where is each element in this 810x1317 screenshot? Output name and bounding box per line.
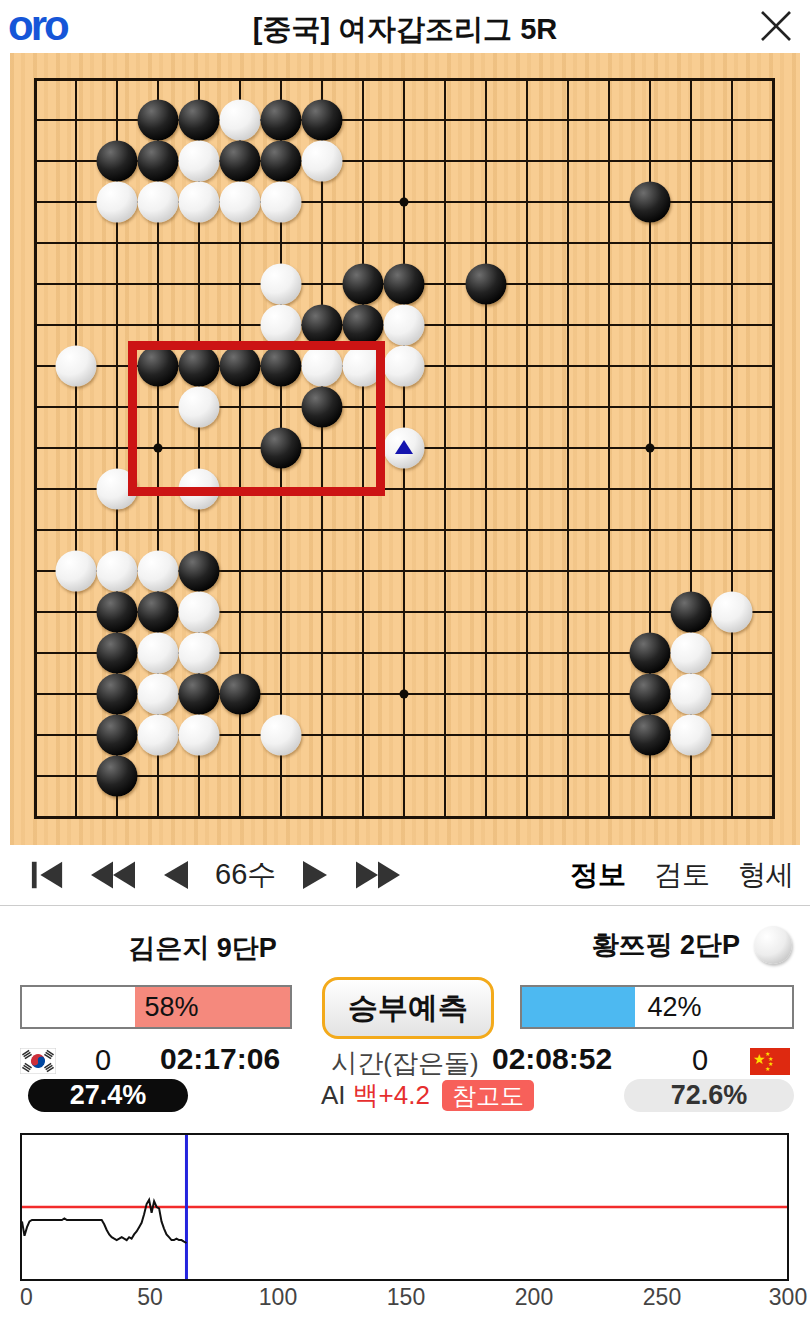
black-stone xyxy=(97,141,138,182)
white-stone xyxy=(261,715,302,756)
black-stone xyxy=(138,100,179,141)
white-stone xyxy=(179,592,220,633)
fast-forward-button[interactable] xyxy=(356,860,400,890)
white-stone xyxy=(56,346,97,387)
star-point xyxy=(400,198,409,207)
go-to-start-button[interactable] xyxy=(30,860,64,890)
black-player-name: 김은지 9단P xyxy=(0,930,405,966)
black-stone xyxy=(179,551,220,592)
black-territory-pill: 27.4% xyxy=(28,1079,188,1112)
black-stone xyxy=(261,141,302,182)
grid-line xyxy=(34,775,775,777)
black-win-probability-bar: 58% xyxy=(20,985,292,1029)
white-clock: 02:08:52 xyxy=(492,1042,612,1076)
step-backward-button[interactable] xyxy=(162,860,188,890)
black-stone xyxy=(302,305,343,346)
white-stone xyxy=(384,346,425,387)
star-point xyxy=(400,690,409,699)
black-stone xyxy=(97,674,138,715)
svg-text:★: ★ xyxy=(765,1066,770,1072)
close-icon[interactable] xyxy=(756,6,796,46)
white-stone xyxy=(138,182,179,223)
white-stone xyxy=(179,633,220,674)
grid-line xyxy=(34,529,775,531)
white-stone xyxy=(179,141,220,182)
ai-score-estimate: 백+4.2 xyxy=(353,1078,430,1113)
black-stone xyxy=(220,674,261,715)
ai-estimate-row: AI 백+4.2 참고도 xyxy=(321,1079,534,1112)
menu-review-tab[interactable]: 검토 xyxy=(654,856,710,894)
page-title: [중국] 여자갑조리그 5R xyxy=(0,10,810,50)
view-menu: 정보 검토 형세 xyxy=(570,845,794,905)
svg-text:★: ★ xyxy=(753,1051,766,1067)
white-stone xyxy=(712,592,753,633)
black-stone xyxy=(97,715,138,756)
black-win-probability-label: 58% xyxy=(145,987,199,1027)
win-rate-graph-canvas xyxy=(22,1135,787,1279)
x-tick-250: 250 xyxy=(643,1284,681,1311)
black-stone xyxy=(630,674,671,715)
white-stone xyxy=(179,182,220,223)
white-player-name-group: 황쯔핑 2단P xyxy=(591,926,792,964)
white-stone xyxy=(56,551,97,592)
grid-line xyxy=(608,78,610,819)
white-stone xyxy=(384,305,425,346)
white-stone xyxy=(220,100,261,141)
black-stone xyxy=(671,592,712,633)
black-stone xyxy=(343,264,384,305)
star-point xyxy=(646,444,655,453)
grid-line xyxy=(772,78,775,819)
grid-line xyxy=(526,78,528,819)
grid-line xyxy=(485,78,487,819)
analysis-highlight-box xyxy=(128,341,385,496)
ai-label: AI xyxy=(321,1080,346,1111)
x-tick-100: 100 xyxy=(259,1284,297,1311)
white-stone xyxy=(261,182,302,223)
x-tick-50: 50 xyxy=(137,1284,163,1311)
control-bar: 66수 정보 검토 형세 xyxy=(0,845,810,906)
white-stone xyxy=(179,715,220,756)
x-tick-150: 150 xyxy=(387,1284,425,1311)
black-stone xyxy=(343,305,384,346)
last-move-triangle-marker xyxy=(395,440,413,454)
white-stone xyxy=(671,633,712,674)
step-forward-button[interactable] xyxy=(303,860,329,890)
black-stone xyxy=(384,264,425,305)
win-rate-graph xyxy=(20,1133,789,1281)
white-stone xyxy=(97,182,138,223)
black-stone xyxy=(179,674,220,715)
grid-line xyxy=(567,78,569,819)
black-stone xyxy=(97,633,138,674)
black-stone xyxy=(97,756,138,797)
black-stone xyxy=(466,264,507,305)
black-stone xyxy=(97,592,138,633)
black-stone xyxy=(630,182,671,223)
white-win-probability-fill xyxy=(522,987,635,1027)
black-stone xyxy=(630,633,671,674)
black-stone xyxy=(261,100,302,141)
white-win-probability-bar: 42% xyxy=(520,985,794,1029)
white-stone xyxy=(138,551,179,592)
grid-line xyxy=(34,816,775,819)
black-stone xyxy=(138,592,179,633)
white-stone xyxy=(138,674,179,715)
match-prediction-button[interactable]: 승부예측 xyxy=(322,977,494,1039)
go-broadcast-app: oro [중국] 여자갑조리그 5R 66수 xyxy=(0,0,810,1317)
white-stone xyxy=(261,264,302,305)
white-player-name: 황쯔핑 2단P xyxy=(591,927,740,963)
white-stone xyxy=(138,715,179,756)
white-stone xyxy=(97,551,138,592)
black-stone xyxy=(220,141,261,182)
move-counter: 66수 xyxy=(215,855,276,895)
x-tick-300: 300 xyxy=(769,1284,807,1311)
white-stone xyxy=(138,633,179,674)
white-stone xyxy=(671,674,712,715)
menu-analysis-tab[interactable]: 형세 xyxy=(738,856,794,894)
menu-info-tab[interactable]: 정보 xyxy=(570,856,626,894)
china-flag-icon: ★ ★ ★ ★ ★ xyxy=(750,1048,790,1079)
fast-backward-button[interactable] xyxy=(91,860,135,890)
time-caption: 시간(잡은돌) xyxy=(0,1046,810,1081)
white-stone xyxy=(261,305,302,346)
white-stone-icon xyxy=(754,926,792,964)
move-navigation: 66수 xyxy=(30,845,400,905)
white-stone xyxy=(671,715,712,756)
white-win-probability-label: 42% xyxy=(647,987,701,1027)
x-tick-200: 200 xyxy=(515,1284,553,1311)
grid-line xyxy=(731,78,733,819)
black-stone xyxy=(138,141,179,182)
white-captures-count: 0 xyxy=(692,1044,708,1077)
black-stone xyxy=(302,100,343,141)
white-territory-pill: 72.6% xyxy=(624,1079,794,1112)
go-board[interactable] xyxy=(10,53,800,845)
grid-line xyxy=(444,78,446,819)
white-stone xyxy=(302,141,343,182)
black-stone xyxy=(630,715,671,756)
reference-diagram-button[interactable]: 참고도 xyxy=(442,1080,534,1111)
white-stone xyxy=(220,182,261,223)
black-stone xyxy=(179,100,220,141)
x-tick-0: 0 xyxy=(20,1284,33,1311)
